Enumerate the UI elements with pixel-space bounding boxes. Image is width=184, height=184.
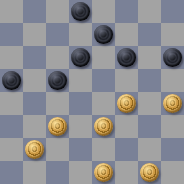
square-g7[interactable] [138, 23, 161, 46]
black-piece-d8[interactable] [71, 2, 90, 21]
white-piece-e1[interactable] [94, 163, 113, 182]
square-g2 [138, 138, 161, 161]
square-b2[interactable] [23, 138, 46, 161]
square-f8[interactable] [115, 0, 138, 23]
square-c3[interactable] [46, 115, 69, 138]
square-h2[interactable] [161, 138, 184, 161]
square-d4[interactable] [69, 92, 92, 115]
square-h8[interactable] [161, 0, 184, 23]
square-a4 [0, 92, 23, 115]
square-c8 [46, 0, 69, 23]
square-e2 [92, 138, 115, 161]
square-a6 [0, 46, 23, 69]
square-e8 [92, 0, 115, 23]
square-h7 [161, 23, 184, 46]
square-h4[interactable] [161, 92, 184, 115]
square-e1[interactable] [92, 161, 115, 184]
white-piece-b2[interactable] [25, 140, 44, 159]
square-f1 [115, 161, 138, 184]
square-a8 [0, 0, 23, 23]
square-b1 [23, 161, 46, 184]
square-b7 [23, 23, 46, 46]
square-a7[interactable] [0, 23, 23, 46]
square-c4 [46, 92, 69, 115]
square-a5[interactable] [0, 69, 23, 92]
black-piece-a5[interactable] [2, 71, 21, 90]
white-piece-f4[interactable] [117, 94, 136, 113]
square-a2 [0, 138, 23, 161]
square-g5[interactable] [138, 69, 161, 92]
square-h3 [161, 115, 184, 138]
square-b4[interactable] [23, 92, 46, 115]
square-f2[interactable] [115, 138, 138, 161]
square-d7 [69, 23, 92, 46]
square-a3[interactable] [0, 115, 23, 138]
square-f3 [115, 115, 138, 138]
black-piece-c5[interactable] [48, 71, 67, 90]
square-g1[interactable] [138, 161, 161, 184]
white-piece-c3[interactable] [48, 117, 67, 136]
square-g8 [138, 0, 161, 23]
black-piece-d6[interactable] [71, 48, 90, 67]
square-d8[interactable] [69, 0, 92, 23]
white-piece-g1[interactable] [140, 163, 159, 182]
square-h6[interactable] [161, 46, 184, 69]
square-e7[interactable] [92, 23, 115, 46]
checkers-board [0, 0, 184, 184]
square-g3[interactable] [138, 115, 161, 138]
square-c1[interactable] [46, 161, 69, 184]
square-h1 [161, 161, 184, 184]
square-b3 [23, 115, 46, 138]
black-piece-e7[interactable] [94, 25, 113, 44]
square-b5 [23, 69, 46, 92]
square-f6[interactable] [115, 46, 138, 69]
square-c6 [46, 46, 69, 69]
square-d5 [69, 69, 92, 92]
square-c5[interactable] [46, 69, 69, 92]
square-d2[interactable] [69, 138, 92, 161]
square-g4 [138, 92, 161, 115]
white-piece-h4[interactable] [163, 94, 182, 113]
square-a1[interactable] [0, 161, 23, 184]
square-e5[interactable] [92, 69, 115, 92]
square-c2 [46, 138, 69, 161]
black-piece-h6[interactable] [163, 48, 182, 67]
square-f4[interactable] [115, 92, 138, 115]
square-f7 [115, 23, 138, 46]
square-b8[interactable] [23, 0, 46, 23]
square-g6 [138, 46, 161, 69]
square-c7[interactable] [46, 23, 69, 46]
square-e6 [92, 46, 115, 69]
square-d6[interactable] [69, 46, 92, 69]
square-d3 [69, 115, 92, 138]
black-piece-f6[interactable] [117, 48, 136, 67]
square-e4 [92, 92, 115, 115]
square-f5 [115, 69, 138, 92]
square-d1 [69, 161, 92, 184]
square-e3[interactable] [92, 115, 115, 138]
square-b6[interactable] [23, 46, 46, 69]
square-h5 [161, 69, 184, 92]
white-piece-e3[interactable] [94, 117, 113, 136]
